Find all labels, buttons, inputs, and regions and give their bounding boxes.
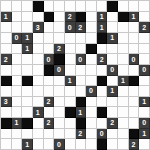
cell-r0c7[interactable] bbox=[76, 1, 87, 12]
cell-r9c8[interactable] bbox=[86, 97, 97, 108]
cell-r5c13[interactable] bbox=[139, 54, 150, 65]
cell-r8c6[interactable] bbox=[65, 86, 76, 97]
cell-r4c9[interactable] bbox=[97, 44, 108, 55]
cell-r2c8[interactable] bbox=[86, 22, 97, 33]
cell-r1c11[interactable] bbox=[118, 12, 129, 23]
cell-r2c3[interactable]: 3 bbox=[33, 22, 44, 33]
cell-r12c3[interactable] bbox=[33, 129, 44, 140]
cell-r5c11[interactable] bbox=[118, 54, 129, 65]
cell-r8c10[interactable]: 1 bbox=[107, 86, 118, 97]
cell-r9c2[interactable] bbox=[22, 97, 33, 108]
cell-r10c10[interactable] bbox=[107, 107, 118, 118]
cell-r3c8[interactable] bbox=[86, 33, 97, 44]
cell-r12c11[interactable] bbox=[118, 129, 129, 140]
cell-r0c3[interactable] bbox=[33, 1, 44, 12]
cell-r11c12[interactable] bbox=[129, 118, 140, 129]
cell-r2c5[interactable] bbox=[54, 22, 65, 33]
cell-r12c1[interactable] bbox=[12, 129, 23, 140]
cell-r8c12[interactable] bbox=[129, 86, 140, 97]
cell-r6c11[interactable] bbox=[118, 65, 129, 76]
cell-r11c13[interactable]: 0 bbox=[139, 118, 150, 129]
cell-r13c0[interactable] bbox=[1, 139, 12, 150]
cell-r12c8[interactable] bbox=[86, 129, 97, 140]
cell-r8c11[interactable] bbox=[118, 86, 129, 97]
cell-r7c0[interactable] bbox=[1, 76, 12, 87]
cell-r5c5[interactable] bbox=[54, 54, 65, 65]
cell-r7c10[interactable] bbox=[107, 76, 118, 87]
cell-r13c10[interactable] bbox=[107, 139, 118, 150]
cell-r11c2[interactable] bbox=[22, 118, 33, 129]
cell-r2c2[interactable] bbox=[22, 22, 33, 33]
cell-r6c8[interactable] bbox=[86, 65, 97, 76]
cell-r2c6[interactable]: 0 bbox=[65, 22, 76, 33]
cell-r13c6[interactable] bbox=[65, 139, 76, 150]
cell-r0c6[interactable] bbox=[65, 1, 76, 12]
cell-r1c1[interactable] bbox=[12, 12, 23, 23]
cell-r10c4[interactable] bbox=[44, 107, 55, 118]
cell-r1c3[interactable] bbox=[33, 12, 44, 23]
cell-r3c10[interactable]: 1 bbox=[107, 33, 118, 44]
cell-r4c5[interactable]: 2 bbox=[54, 44, 65, 55]
cell-r6c7[interactable] bbox=[76, 65, 87, 76]
cell-r5c8[interactable] bbox=[86, 54, 97, 65]
cell-r1c4[interactable] bbox=[44, 12, 55, 23]
cell-r13c2[interactable]: 1 bbox=[22, 139, 33, 150]
cell-r0c5[interactable] bbox=[54, 1, 65, 12]
cell-r1c0[interactable]: 1 bbox=[1, 12, 12, 23]
cell-r11c0[interactable] bbox=[1, 118, 12, 129]
cell-r3c11[interactable] bbox=[118, 33, 129, 44]
cell-r9c10[interactable] bbox=[107, 97, 118, 108]
cell-r1c12[interactable]: 1 bbox=[129, 12, 140, 23]
cell-r11c8[interactable] bbox=[86, 118, 97, 129]
cell-r12c2[interactable] bbox=[22, 129, 33, 140]
cell-r8c2[interactable] bbox=[22, 86, 33, 97]
cell-r10c11[interactable] bbox=[118, 107, 129, 118]
cell-r3c12[interactable] bbox=[129, 33, 140, 44]
puzzle-board: 1211302120111220020000110132111122020110… bbox=[0, 0, 150, 150]
cell-r6c5[interactable]: 0 bbox=[54, 65, 65, 76]
cell-r8c4[interactable] bbox=[44, 86, 55, 97]
cell-r8c9[interactable] bbox=[97, 86, 108, 97]
cell-r10c8[interactable] bbox=[86, 107, 97, 118]
cell-r1c9[interactable]: 1 bbox=[97, 12, 108, 23]
cell-r7c13[interactable] bbox=[139, 76, 150, 87]
cell-r10c2[interactable] bbox=[22, 107, 33, 118]
cell-r7c7[interactable] bbox=[76, 76, 87, 87]
cell-r10c0[interactable] bbox=[1, 107, 12, 118]
cell-r13c13[interactable] bbox=[139, 139, 150, 150]
cell-r12c10[interactable] bbox=[107, 129, 118, 140]
cell-r1c6[interactable]: 2 bbox=[65, 12, 76, 23]
cell-r2c7[interactable]: 2 bbox=[76, 22, 87, 33]
cell-r4c2[interactable]: 1 bbox=[22, 44, 33, 55]
cell-r9c4[interactable]: 2 bbox=[44, 97, 55, 108]
cell-r4c11[interactable] bbox=[118, 44, 129, 55]
cell-r4c12[interactable] bbox=[129, 44, 140, 55]
cell-r4c6[interactable] bbox=[65, 44, 76, 55]
cell-r11c3[interactable] bbox=[33, 118, 44, 129]
cell-r8c0[interactable] bbox=[1, 86, 12, 97]
cell-r8c3[interactable] bbox=[33, 86, 44, 97]
cell-r3c7[interactable] bbox=[76, 33, 87, 44]
cell-r11c4[interactable]: 2 bbox=[44, 118, 55, 129]
cell-r6c6[interactable] bbox=[65, 65, 76, 76]
cell-r3c1[interactable]: 0 bbox=[12, 33, 23, 44]
cell-r0c13[interactable] bbox=[139, 1, 150, 12]
cell-r8c1[interactable] bbox=[12, 86, 23, 97]
cell-r12c4[interactable] bbox=[44, 129, 55, 140]
cell-r6c12[interactable] bbox=[129, 65, 140, 76]
cell-r6c0[interactable] bbox=[1, 65, 12, 76]
cell-r5c0[interactable]: 2 bbox=[1, 54, 12, 65]
cell-r9c7[interactable] bbox=[76, 97, 87, 108]
cell-r7c4[interactable] bbox=[44, 76, 55, 87]
cell-r13c3[interactable] bbox=[33, 139, 44, 150]
cell-r10c12[interactable] bbox=[129, 107, 140, 118]
cell-r3c5[interactable] bbox=[54, 33, 65, 44]
cell-r7c12[interactable] bbox=[129, 76, 140, 87]
cell-r0c9[interactable] bbox=[97, 1, 108, 12]
cell-r6c2[interactable] bbox=[22, 65, 33, 76]
cell-r11c6[interactable] bbox=[65, 118, 76, 129]
cell-r9c0[interactable]: 3 bbox=[1, 97, 12, 108]
cell-r0c1[interactable] bbox=[12, 1, 23, 12]
cell-r5c10[interactable] bbox=[107, 54, 118, 65]
cell-r9c12[interactable] bbox=[129, 97, 140, 108]
cell-r7c6[interactable]: 1 bbox=[65, 76, 76, 87]
cell-r9c3[interactable] bbox=[33, 97, 44, 108]
cell-r13c7[interactable] bbox=[76, 139, 87, 150]
cell-r0c11[interactable] bbox=[118, 1, 129, 12]
cell-r8c13[interactable] bbox=[139, 86, 150, 97]
cell-r5c12[interactable]: 0 bbox=[129, 54, 140, 65]
cell-r0c10[interactable] bbox=[107, 1, 118, 12]
cell-r6c1[interactable] bbox=[12, 65, 23, 76]
cell-r4c0[interactable] bbox=[1, 44, 12, 55]
cell-r10c3[interactable]: 1 bbox=[33, 107, 44, 118]
cell-r7c5[interactable] bbox=[54, 76, 65, 87]
cell-r6c3[interactable] bbox=[33, 65, 44, 76]
cell-r12c6[interactable] bbox=[65, 129, 76, 140]
cell-r2c10[interactable] bbox=[107, 22, 118, 33]
cell-r5c9[interactable]: 2 bbox=[97, 54, 108, 65]
cell-r6c9[interactable] bbox=[97, 65, 108, 76]
cell-r2c4[interactable] bbox=[44, 22, 55, 33]
cell-r0c12[interactable] bbox=[129, 1, 140, 12]
cell-r4c10[interactable] bbox=[107, 44, 118, 55]
cell-r8c5[interactable] bbox=[54, 86, 65, 97]
cell-r3c6[interactable] bbox=[65, 33, 76, 44]
cell-r8c7[interactable] bbox=[76, 86, 87, 97]
cell-r11c11[interactable] bbox=[118, 118, 129, 129]
cell-r13c4[interactable] bbox=[44, 139, 55, 150]
cell-r4c8[interactable] bbox=[86, 44, 97, 55]
cell-r7c9[interactable] bbox=[97, 76, 108, 87]
cell-r12c5[interactable] bbox=[54, 129, 65, 140]
cell-r2c1[interactable] bbox=[12, 22, 23, 33]
cell-r3c2[interactable]: 1 bbox=[22, 33, 33, 44]
cell-r3c13[interactable] bbox=[139, 33, 150, 44]
cell-r13c12[interactable]: 2 bbox=[129, 139, 140, 150]
cell-r10c5[interactable] bbox=[54, 107, 65, 118]
cell-r13c8[interactable] bbox=[86, 139, 97, 150]
cell-r1c8[interactable] bbox=[86, 12, 97, 23]
cell-r12c0[interactable] bbox=[1, 129, 12, 140]
cell-r12c13[interactable]: 1 bbox=[139, 129, 150, 140]
cell-r11c1[interactable]: 1 bbox=[12, 118, 23, 129]
cell-r5c3[interactable] bbox=[33, 54, 44, 65]
cell-r1c10[interactable] bbox=[107, 12, 118, 23]
cell-r9c11[interactable] bbox=[118, 97, 129, 108]
cell-r7c3[interactable] bbox=[33, 76, 44, 87]
cell-r10c6[interactable] bbox=[65, 107, 76, 118]
cell-r13c1[interactable] bbox=[12, 139, 23, 150]
cell-r11c7[interactable] bbox=[76, 118, 87, 129]
cell-r0c8[interactable] bbox=[86, 1, 97, 12]
cell-r13c5[interactable]: 0 bbox=[54, 139, 65, 150]
cell-r11c10[interactable]: 2 bbox=[107, 118, 118, 129]
cell-r7c11[interactable]: 1 bbox=[118, 76, 129, 87]
cell-r0c4[interactable] bbox=[44, 1, 55, 12]
cell-r11c5[interactable] bbox=[54, 118, 65, 129]
cell-r4c7[interactable] bbox=[76, 44, 87, 55]
cell-r3c0[interactable] bbox=[1, 33, 12, 44]
cell-r12c12[interactable] bbox=[129, 129, 140, 140]
cell-r2c11[interactable] bbox=[118, 22, 129, 33]
cell-r12c7[interactable]: 2 bbox=[76, 129, 87, 140]
cell-r2c12[interactable] bbox=[129, 22, 140, 33]
cell-r4c3[interactable] bbox=[33, 44, 44, 55]
cell-r5c6[interactable] bbox=[65, 54, 76, 65]
cell-r6c10[interactable]: 0 bbox=[107, 65, 118, 76]
cell-r3c3[interactable] bbox=[33, 33, 44, 44]
cell-r1c5[interactable] bbox=[54, 12, 65, 23]
cell-r0c2[interactable] bbox=[22, 1, 33, 12]
cell-r2c9[interactable]: 1 bbox=[97, 22, 108, 33]
cell-r5c4[interactable]: 0 bbox=[44, 54, 55, 65]
cell-r10c13[interactable] bbox=[139, 107, 150, 118]
cell-r8c8[interactable]: 0 bbox=[86, 86, 97, 97]
cell-r2c0[interactable] bbox=[1, 22, 12, 33]
cell-r5c7[interactable]: 0 bbox=[76, 54, 87, 65]
cell-r9c6[interactable] bbox=[65, 97, 76, 108]
cell-r3c9[interactable] bbox=[97, 33, 108, 44]
cell-r9c13[interactable]: 1 bbox=[139, 97, 150, 108]
cell-r4c13[interactable] bbox=[139, 44, 150, 55]
cell-r6c13[interactable]: 0 bbox=[139, 65, 150, 76]
cell-r7c2[interactable] bbox=[22, 76, 33, 87]
cell-r4c4[interactable] bbox=[44, 44, 55, 55]
cell-r11c9[interactable] bbox=[97, 118, 108, 129]
cell-r3c4[interactable] bbox=[44, 33, 55, 44]
cell-r10c1[interactable] bbox=[12, 107, 23, 118]
cell-r13c9[interactable] bbox=[97, 139, 108, 150]
cell-r6c4[interactable] bbox=[44, 65, 55, 76]
cell-r12c9[interactable]: 0 bbox=[97, 129, 108, 140]
cell-r5c2[interactable] bbox=[22, 54, 33, 65]
cell-r9c9[interactable] bbox=[97, 97, 108, 108]
cell-r10c9[interactable] bbox=[97, 107, 108, 118]
cell-r10c7[interactable]: 1 bbox=[76, 107, 87, 118]
cell-r1c13[interactable] bbox=[139, 12, 150, 23]
cell-r13c11[interactable] bbox=[118, 139, 129, 150]
cell-r7c1[interactable] bbox=[12, 76, 23, 87]
cell-r9c5[interactable] bbox=[54, 97, 65, 108]
cell-r2c13[interactable]: 2 bbox=[139, 22, 150, 33]
cell-r7c8[interactable] bbox=[86, 76, 97, 87]
cell-r1c7[interactable] bbox=[76, 12, 87, 23]
cell-r9c1[interactable] bbox=[12, 97, 23, 108]
cell-r5c1[interactable] bbox=[12, 54, 23, 65]
cell-r0c0[interactable] bbox=[1, 1, 12, 12]
cell-r4c1[interactable] bbox=[12, 44, 23, 55]
cell-r1c2[interactable] bbox=[22, 12, 33, 23]
